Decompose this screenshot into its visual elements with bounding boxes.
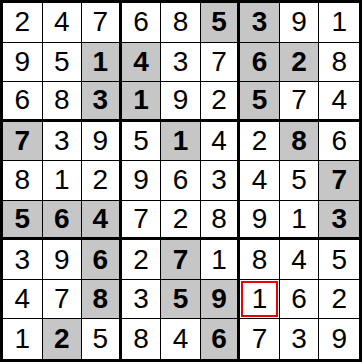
cell-r8c1[interactable]: 4 [3, 280, 43, 320]
cell-r3c2[interactable]: 8 [43, 82, 83, 122]
cell-r2c1[interactable]: 9 [3, 43, 43, 83]
cell-r5c7[interactable]: 4 [240, 161, 280, 201]
cell-r6c4[interactable]: 7 [122, 201, 162, 241]
cell-r4c2[interactable]: 3 [43, 122, 83, 162]
cell-r8c8[interactable]: 6 [280, 280, 320, 320]
cell-r1c9[interactable]: 1 [319, 3, 359, 43]
cell-r8c3[interactable]: 8 [82, 280, 122, 320]
cell-r6c6[interactable]: 8 [201, 201, 241, 241]
cell-r9c3[interactable]: 5 [82, 319, 122, 359]
cell-r1c3[interactable]: 7 [82, 3, 122, 43]
cell-r6c9[interactable]: 3 [319, 201, 359, 241]
cell-r4c3[interactable]: 9 [82, 122, 122, 162]
cell-r5c2[interactable]: 1 [43, 161, 83, 201]
cell-r6c7[interactable]: 9 [240, 201, 280, 241]
cell-r2c6[interactable]: 7 [201, 43, 241, 83]
cell-r9c9[interactable]: 9 [319, 319, 359, 359]
cell-r5c5[interactable]: 6 [161, 161, 201, 201]
cell-r5c3[interactable]: 2 [82, 161, 122, 201]
cell-r7c3[interactable]: 6 [82, 240, 122, 280]
cell-r5c9[interactable]: 7 [319, 161, 359, 201]
cell-r1c8[interactable]: 9 [280, 3, 320, 43]
cell-r8c5[interactable]: 5 [161, 280, 201, 320]
cell-r6c5[interactable]: 2 [161, 201, 201, 241]
cell-r3c9[interactable]: 4 [319, 82, 359, 122]
cell-r4c7[interactable]: 2 [240, 122, 280, 162]
cell-r3c8[interactable]: 7 [280, 82, 320, 122]
cell-r3c6[interactable]: 2 [201, 82, 241, 122]
cell-r7c8[interactable]: 4 [280, 240, 320, 280]
cell-r3c5[interactable]: 9 [161, 82, 201, 122]
cell-r9c2[interactable]: 2 [43, 319, 83, 359]
selected-cell-highlight [241, 281, 278, 318]
cell-r2c2[interactable]: 5 [43, 43, 83, 83]
cell-r8c7[interactable]: 1 [240, 280, 280, 320]
cell-r9c8[interactable]: 3 [280, 319, 320, 359]
cell-r2c9[interactable]: 8 [319, 43, 359, 83]
cell-r4c4[interactable]: 5 [122, 122, 162, 162]
cell-r7c9[interactable]: 5 [319, 240, 359, 280]
cell-r7c4[interactable]: 2 [122, 240, 162, 280]
cell-r2c4[interactable]: 4 [122, 43, 162, 83]
cell-r1c1[interactable]: 2 [3, 3, 43, 43]
cell-r2c5[interactable]: 3 [161, 43, 201, 83]
cell-r1c4[interactable]: 6 [122, 3, 162, 43]
cell-r1c5[interactable]: 8 [161, 3, 201, 43]
cell-r5c6[interactable]: 3 [201, 161, 241, 201]
cell-r3c1[interactable]: 6 [3, 82, 43, 122]
cell-r7c5[interactable]: 7 [161, 240, 201, 280]
cell-r4c5[interactable]: 1 [161, 122, 201, 162]
cell-r6c3[interactable]: 4 [82, 201, 122, 241]
cell-r7c7[interactable]: 8 [240, 240, 280, 280]
cell-r3c7[interactable]: 5 [240, 82, 280, 122]
cell-r1c7[interactable]: 3 [240, 3, 280, 43]
cell-r9c5[interactable]: 4 [161, 319, 201, 359]
cell-r6c8[interactable]: 1 [280, 201, 320, 241]
cell-r2c7[interactable]: 6 [240, 43, 280, 83]
cell-r7c6[interactable]: 1 [201, 240, 241, 280]
sudoku-board: 2476853919514376286831925747395142868129… [0, 0, 362, 362]
cell-r4c9[interactable]: 6 [319, 122, 359, 162]
cell-r2c3[interactable]: 1 [82, 43, 122, 83]
cell-r8c9[interactable]: 2 [319, 280, 359, 320]
cell-r3c3[interactable]: 3 [82, 82, 122, 122]
cell-r1c6[interactable]: 5 [201, 3, 241, 43]
cell-r9c1[interactable]: 1 [3, 319, 43, 359]
cell-r6c1[interactable]: 5 [3, 201, 43, 241]
cell-r9c7[interactable]: 7 [240, 319, 280, 359]
cell-r5c1[interactable]: 8 [3, 161, 43, 201]
cell-r9c4[interactable]: 8 [122, 319, 162, 359]
cell-r7c2[interactable]: 9 [43, 240, 83, 280]
cell-r2c8[interactable]: 2 [280, 43, 320, 83]
cell-r6c2[interactable]: 6 [43, 201, 83, 241]
cell-r1c2[interactable]: 4 [43, 3, 83, 43]
cell-r4c8[interactable]: 8 [280, 122, 320, 162]
cell-r9c6[interactable]: 6 [201, 319, 241, 359]
cell-r8c4[interactable]: 3 [122, 280, 162, 320]
cell-r5c8[interactable]: 5 [280, 161, 320, 201]
cell-r7c1[interactable]: 3 [3, 240, 43, 280]
cell-r8c6[interactable]: 9 [201, 280, 241, 320]
cell-r8c2[interactable]: 7 [43, 280, 83, 320]
cell-r3c4[interactable]: 1 [122, 82, 162, 122]
cell-r5c4[interactable]: 9 [122, 161, 162, 201]
cell-r4c6[interactable]: 4 [201, 122, 241, 162]
cell-r4c1[interactable]: 7 [3, 122, 43, 162]
